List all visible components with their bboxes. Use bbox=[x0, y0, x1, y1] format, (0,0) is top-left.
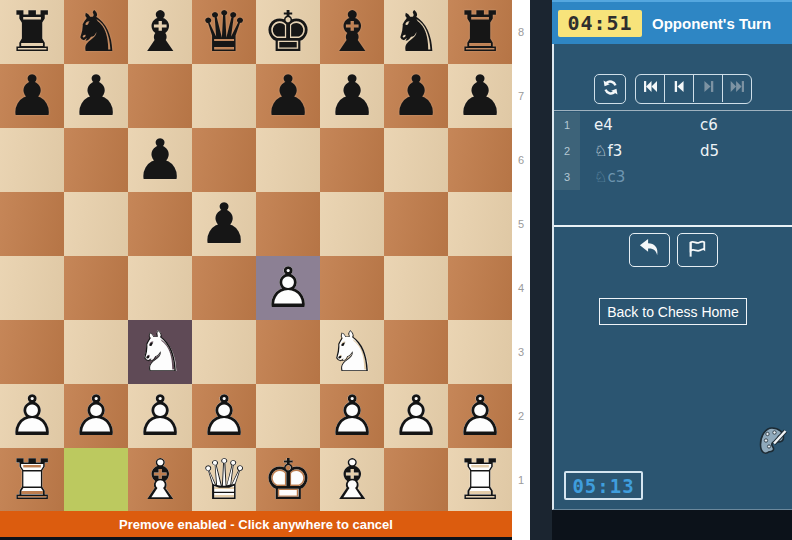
square-d8[interactable]: ♛ bbox=[192, 0, 256, 64]
black-bishop[interactable]: ♝ bbox=[128, 0, 192, 64]
flip-board-button[interactable] bbox=[594, 74, 626, 104]
square-g1[interactable] bbox=[384, 448, 448, 512]
rank-label-7: 7 bbox=[512, 64, 530, 128]
turn-status-text: Opponent's Turn bbox=[652, 15, 771, 32]
square-e5[interactable] bbox=[256, 192, 320, 256]
square-e4[interactable]: ♟♙ bbox=[256, 256, 320, 320]
square-e1[interactable]: ♚♔ bbox=[256, 448, 320, 512]
square-b8[interactable]: ♞ bbox=[64, 0, 128, 64]
square-h6[interactable] bbox=[448, 128, 512, 192]
square-e7[interactable]: ♟ bbox=[256, 64, 320, 128]
black-bishop[interactable]: ♝ bbox=[320, 0, 384, 64]
move-navigation-row bbox=[554, 74, 792, 104]
square-g4[interactable] bbox=[384, 256, 448, 320]
rank-label-strip: 87654321 bbox=[512, 0, 530, 540]
square-f1[interactable]: ♝♗ bbox=[320, 448, 384, 512]
white-rook[interactable]: ♜♖ bbox=[448, 448, 512, 512]
move-number: 3 bbox=[554, 164, 580, 190]
black-pawn[interactable]: ♟ bbox=[128, 128, 192, 192]
palette-icon bbox=[757, 442, 787, 459]
white-pawn[interactable]: ♟♙ bbox=[0, 384, 64, 448]
square-b5[interactable] bbox=[64, 192, 128, 256]
board-theme-button[interactable] bbox=[757, 424, 787, 456]
move-row-1: 1e4c6 bbox=[554, 112, 792, 138]
white-pawn[interactable]: ♟♙ bbox=[256, 256, 320, 320]
move-stepper-group bbox=[635, 74, 752, 104]
square-c4[interactable] bbox=[128, 256, 192, 320]
black-rook[interactable]: ♜ bbox=[0, 0, 64, 64]
move-number: 2 bbox=[554, 138, 580, 164]
black-pawn[interactable]: ♟ bbox=[448, 64, 512, 128]
move-row-2: 2♘f3d5 bbox=[554, 138, 792, 164]
white-pawn[interactable]: ♟♙ bbox=[384, 384, 448, 448]
skip-to-start-icon bbox=[643, 79, 658, 98]
square-g5[interactable] bbox=[384, 192, 448, 256]
square-h1[interactable]: ♜♖ bbox=[448, 448, 512, 512]
square-a4[interactable] bbox=[0, 256, 64, 320]
resign-flag-button[interactable] bbox=[677, 233, 718, 267]
square-b6[interactable] bbox=[64, 128, 128, 192]
square-e3[interactable] bbox=[256, 320, 320, 384]
black-pawn[interactable]: ♟ bbox=[0, 64, 64, 128]
square-e6[interactable] bbox=[256, 128, 320, 192]
premove-banner[interactable]: Premove enabled - Click anywhere to canc… bbox=[0, 511, 512, 537]
square-a6[interactable] bbox=[0, 128, 64, 192]
white-pawn[interactable]: ♟♙ bbox=[192, 384, 256, 448]
black-queen[interactable]: ♛ bbox=[192, 0, 256, 64]
square-f2[interactable]: ♟♙ bbox=[320, 384, 384, 448]
flag-icon bbox=[686, 238, 708, 262]
square-f4[interactable] bbox=[320, 256, 384, 320]
square-a1[interactable]: ♜♖ bbox=[0, 448, 64, 512]
black-pawn[interactable]: ♟ bbox=[384, 64, 448, 128]
opponent-clock: 04:51 bbox=[558, 10, 642, 37]
square-a7[interactable]: ♟ bbox=[0, 64, 64, 128]
white-pawn[interactable]: ♟♙ bbox=[320, 384, 384, 448]
black-knight[interactable]: ♞ bbox=[64, 0, 128, 64]
square-b1[interactable] bbox=[64, 448, 128, 512]
square-a2[interactable]: ♟♙ bbox=[0, 384, 64, 448]
move-number: 1 bbox=[554, 112, 580, 138]
white-knight[interactable]: ♞♘ bbox=[320, 320, 384, 384]
white-pawn[interactable]: ♟♙ bbox=[64, 384, 128, 448]
square-c5[interactable] bbox=[128, 192, 192, 256]
square-g8[interactable]: ♞ bbox=[384, 0, 448, 64]
undo-icon bbox=[638, 238, 660, 262]
step-forward-icon bbox=[701, 79, 716, 98]
refresh-icon bbox=[602, 79, 619, 100]
square-e8[interactable]: ♚ bbox=[256, 0, 320, 64]
white-bishop[interactable]: ♝♗ bbox=[320, 448, 384, 512]
square-c3[interactable]: ♞♘ bbox=[128, 320, 192, 384]
black-pawn[interactable]: ♟ bbox=[256, 64, 320, 128]
black-pawn[interactable]: ♟ bbox=[192, 192, 256, 256]
square-f5[interactable] bbox=[320, 192, 384, 256]
square-d2[interactable]: ♟♙ bbox=[192, 384, 256, 448]
square-f3[interactable]: ♞♘ bbox=[320, 320, 384, 384]
white-bishop[interactable]: ♝♗ bbox=[128, 448, 192, 512]
black-move-san[interactable]: c6 bbox=[700, 116, 792, 134]
black-king[interactable]: ♚ bbox=[256, 0, 320, 64]
skip-to-end-icon bbox=[730, 79, 745, 98]
white-rook[interactable]: ♜♖ bbox=[0, 448, 64, 512]
square-b2[interactable]: ♟♙ bbox=[64, 384, 128, 448]
square-c7[interactable] bbox=[128, 64, 192, 128]
chess-board[interactable]: ♜♞♝♛♚♝♞♜♟♟♟♟♟♟♟♟♟♙♞♘♞♘♟♙♟♙♟♙♟♙♟♙♟♙♟♙♜♖♝♗… bbox=[0, 0, 512, 512]
white-move-san[interactable]: ♘f3 bbox=[580, 142, 700, 160]
move-list: 1e4c62♘f3d53♘c3 bbox=[554, 112, 792, 190]
square-g3[interactable] bbox=[384, 320, 448, 384]
rank-label-5: 5 bbox=[512, 192, 530, 256]
square-a8[interactable]: ♜ bbox=[0, 0, 64, 64]
undo-button[interactable] bbox=[629, 233, 670, 267]
rank-label-8: 8 bbox=[512, 0, 530, 64]
square-b7[interactable]: ♟ bbox=[64, 64, 128, 128]
square-d7[interactable] bbox=[192, 64, 256, 128]
square-d6[interactable] bbox=[192, 128, 256, 192]
step-back-button[interactable] bbox=[664, 75, 693, 102]
white-move-san[interactable]: e4 bbox=[580, 116, 700, 134]
square-h8[interactable]: ♜ bbox=[448, 0, 512, 64]
square-c8[interactable]: ♝ bbox=[128, 0, 192, 64]
square-f8[interactable]: ♝ bbox=[320, 0, 384, 64]
white-knight[interactable]: ♞♘ bbox=[128, 320, 192, 384]
status-bar: 04:51 Opponent's Turn bbox=[552, 0, 792, 44]
rank-label-2: 2 bbox=[512, 384, 530, 448]
square-a5[interactable] bbox=[0, 192, 64, 256]
step-back-icon bbox=[672, 79, 687, 98]
square-c6[interactable]: ♟ bbox=[128, 128, 192, 192]
square-h4[interactable] bbox=[448, 256, 512, 320]
back-to-chess-home-button[interactable]: Back to Chess Home bbox=[599, 298, 747, 325]
square-d4[interactable] bbox=[192, 256, 256, 320]
white-move-san[interactable]: ♘c3 bbox=[580, 168, 700, 186]
sidebar-content: 1e4c62♘f3d53♘c3 bbox=[552, 44, 792, 510]
white-king[interactable]: ♚♔ bbox=[256, 448, 320, 512]
square-g7[interactable]: ♟ bbox=[384, 64, 448, 128]
square-f7[interactable]: ♟ bbox=[320, 64, 384, 128]
square-h3[interactable] bbox=[448, 320, 512, 384]
sidebar: 04:51 Opponent's Turn bbox=[552, 0, 792, 510]
chess-app: ♜♞♝♛♚♝♞♜♟♟♟♟♟♟♟♟♟♙♞♘♞♘♟♙♟♙♟♙♟♙♟♙♟♙♟♙♜♖♝♗… bbox=[0, 0, 792, 540]
black-rook[interactable]: ♜ bbox=[448, 0, 512, 64]
rank-label-1: 1 bbox=[512, 448, 530, 512]
square-b4[interactable] bbox=[64, 256, 128, 320]
step-forward-button[interactable] bbox=[693, 75, 722, 102]
square-f6[interactable] bbox=[320, 128, 384, 192]
square-b3[interactable] bbox=[64, 320, 128, 384]
black-pawn[interactable]: ♟ bbox=[64, 64, 128, 128]
board-panel-gutter bbox=[530, 0, 552, 540]
white-queen[interactable]: ♛♕ bbox=[192, 448, 256, 512]
black-knight[interactable]: ♞ bbox=[384, 0, 448, 64]
rank-label-4: 4 bbox=[512, 256, 530, 320]
black-move-san[interactable]: d5 bbox=[700, 142, 792, 160]
game-action-row bbox=[554, 233, 792, 267]
player-clock: 05:13 bbox=[564, 471, 643, 500]
square-c1[interactable]: ♝♗ bbox=[128, 448, 192, 512]
section-divider bbox=[554, 110, 792, 111]
rank-label-6: 6 bbox=[512, 128, 530, 192]
move-row-3: 3♘c3 bbox=[554, 164, 792, 190]
square-h2[interactable]: ♟♙ bbox=[448, 384, 512, 448]
square-g6[interactable] bbox=[384, 128, 448, 192]
white-pawn[interactable]: ♟♙ bbox=[448, 384, 512, 448]
rank-label-3: 3 bbox=[512, 320, 530, 384]
go-to-end-button[interactable] bbox=[722, 75, 751, 102]
square-a3[interactable] bbox=[0, 320, 64, 384]
black-pawn[interactable]: ♟ bbox=[320, 64, 384, 128]
square-d1[interactable]: ♛♕ bbox=[192, 448, 256, 512]
go-to-start-button[interactable] bbox=[636, 75, 664, 102]
section-divider bbox=[554, 225, 792, 227]
square-h7[interactable]: ♟ bbox=[448, 64, 512, 128]
square-e2[interactable] bbox=[256, 384, 320, 448]
square-g2[interactable]: ♟♙ bbox=[384, 384, 448, 448]
square-c2[interactable]: ♟♙ bbox=[128, 384, 192, 448]
square-d3[interactable] bbox=[192, 320, 256, 384]
square-d5[interactable]: ♟ bbox=[192, 192, 256, 256]
square-h5[interactable] bbox=[448, 192, 512, 256]
white-pawn[interactable]: ♟♙ bbox=[128, 384, 192, 448]
